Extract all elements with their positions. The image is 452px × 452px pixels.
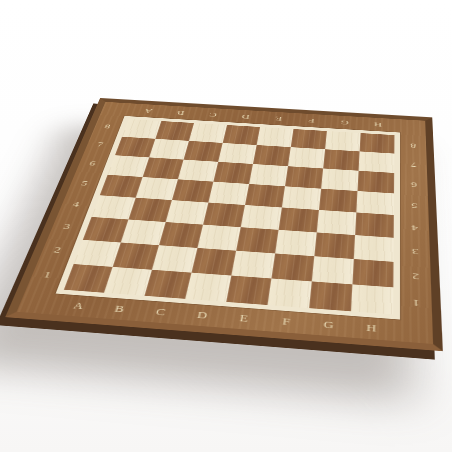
coordinate-label: F (264, 309, 309, 334)
board-3d: ABCDEFGH ABCDEFGH 87654321 87654321 (5, 98, 443, 351)
square-g4[interactable] (317, 210, 357, 235)
square-h6[interactable] (357, 171, 394, 194)
coordinate-label: 8 (400, 135, 426, 155)
square-e8[interactable] (257, 127, 294, 147)
square-h8[interactable] (360, 133, 395, 153)
coordinate-label: B (96, 297, 144, 321)
square-d5[interactable] (208, 182, 249, 205)
coordinate-label: 7 (400, 154, 427, 175)
scene: ABCDEFGH ABCDEFGH 87654321 87654321 (0, 0, 452, 452)
coordinate-label: 6 (400, 173, 428, 195)
square-h3[interactable] (354, 235, 394, 262)
square-g5[interactable] (319, 189, 357, 213)
square-f1[interactable] (268, 278, 312, 308)
rank-labels-right: 87654321 (400, 135, 432, 317)
square-g3[interactable] (314, 232, 355, 259)
coordinate-label: 3 (400, 238, 430, 264)
chessboard-frame: ABCDEFGH ABCDEFGH 87654321 87654321 (5, 98, 443, 351)
square-c4[interactable] (166, 200, 209, 225)
square-d8[interactable] (223, 125, 260, 145)
square-c5[interactable] (172, 179, 213, 202)
square-d6[interactable] (213, 162, 253, 184)
coordinate-label: 4 (400, 215, 429, 240)
coordinate-label: E (221, 306, 267, 331)
square-e6[interactable] (249, 164, 288, 186)
square-e7[interactable] (253, 145, 291, 166)
square-b7[interactable] (149, 139, 189, 160)
coordinate-label: C (195, 107, 231, 122)
square-c2[interactable] (152, 245, 198, 272)
coordinate-label: A (54, 294, 102, 318)
square-g7[interactable] (323, 149, 359, 170)
square-h5[interactable] (356, 191, 394, 215)
square-e2[interactable] (231, 251, 275, 279)
coordinate-label: G (327, 115, 361, 130)
coordinate-label: E (261, 111, 296, 126)
square-g6[interactable] (321, 168, 358, 191)
square-g8[interactable] (325, 131, 361, 151)
square-d1[interactable] (185, 273, 231, 302)
square-f6[interactable] (285, 166, 323, 188)
coordinate-label: H (361, 117, 395, 132)
square-e3[interactable] (236, 227, 278, 253)
square-c7[interactable] (184, 141, 223, 162)
square-c6[interactable] (178, 160, 218, 182)
square-h4[interactable] (355, 212, 394, 237)
coordinate-label: A (130, 104, 167, 119)
square-c3[interactable] (159, 222, 203, 248)
square-f3[interactable] (275, 230, 317, 256)
square-f5[interactable] (282, 186, 321, 210)
square-d3[interactable] (197, 225, 240, 251)
square-c8[interactable] (189, 123, 227, 143)
square-f2[interactable] (271, 253, 314, 281)
square-f8[interactable] (291, 129, 327, 149)
square-g2[interactable] (312, 256, 354, 284)
square-b8[interactable] (155, 121, 194, 141)
square-e5[interactable] (245, 184, 285, 208)
square-c1[interactable] (144, 270, 191, 299)
square-f7[interactable] (288, 147, 325, 168)
square-d4[interactable] (203, 203, 245, 228)
square-h2[interactable] (352, 259, 393, 287)
square-h1[interactable] (351, 284, 393, 314)
square-b6[interactable] (143, 157, 184, 179)
square-d2[interactable] (191, 248, 236, 276)
square-h7[interactable] (359, 151, 395, 173)
coordinate-label: D (179, 303, 225, 327)
square-f4[interactable] (279, 207, 319, 232)
coordinate-label: G (306, 313, 350, 338)
square-g1[interactable] (309, 281, 352, 311)
square-e4[interactable] (241, 205, 282, 230)
coordinate-label: 1 (400, 288, 432, 318)
square-b4[interactable] (128, 198, 171, 222)
square-d7[interactable] (218, 143, 256, 164)
coordinate-label: D (228, 109, 264, 124)
coordinate-label: 5 (400, 194, 429, 217)
coordinate-label: 2 (400, 262, 431, 290)
coordinate-label: C (137, 300, 184, 324)
coordinate-label: H (350, 316, 394, 341)
square-e1[interactable] (226, 276, 271, 305)
coordinate-label: F (294, 113, 329, 128)
square-b5[interactable] (136, 177, 178, 200)
coordinate-label: B (162, 105, 198, 120)
